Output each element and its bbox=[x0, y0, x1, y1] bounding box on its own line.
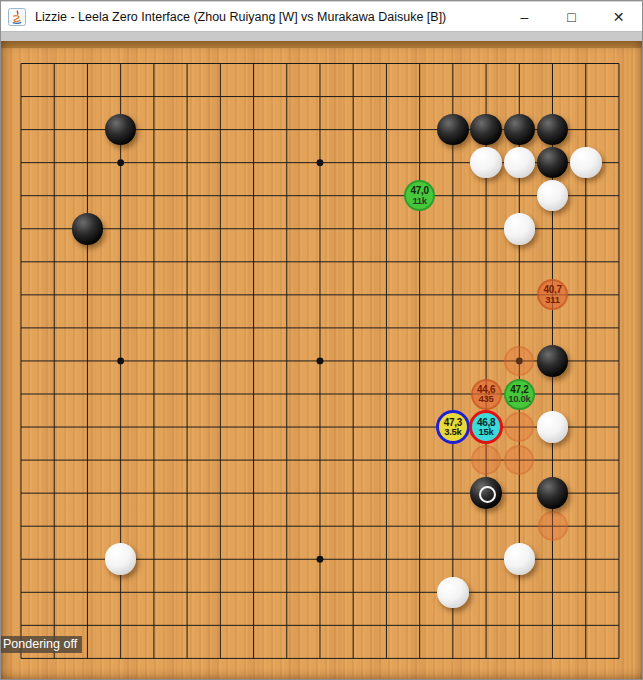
black-stone bbox=[470, 114, 502, 146]
last-move-marker bbox=[479, 486, 496, 503]
analysis-candidate-faint[interactable] bbox=[471, 445, 501, 475]
title-bar-lower-strip bbox=[1, 31, 642, 41]
white-stone bbox=[537, 411, 569, 443]
analysis-candidate[interactable]: 46,815k bbox=[469, 410, 503, 444]
window-controls: – □ ✕ bbox=[501, 2, 642, 32]
close-button[interactable]: ✕ bbox=[595, 2, 642, 32]
analysis-candidate-faint[interactable] bbox=[538, 511, 568, 541]
analysis-candidate[interactable]: 47,33.5k bbox=[436, 410, 470, 444]
minimize-button[interactable]: – bbox=[501, 2, 548, 32]
analysis-candidate[interactable]: 47,210.0k bbox=[504, 379, 535, 410]
java-icon bbox=[8, 8, 26, 26]
black-stone bbox=[470, 477, 502, 509]
candidate-visits: 435 bbox=[479, 394, 494, 404]
candidate-visits: 15k bbox=[479, 427, 494, 437]
white-stone bbox=[437, 577, 469, 609]
white-stone bbox=[570, 147, 602, 179]
black-stone bbox=[437, 114, 469, 146]
pondering-status: Pondering off bbox=[1, 636, 82, 653]
title-bar: Lizzie - Leela Zero Interface (Zhou Ruiy… bbox=[1, 1, 642, 31]
black-stone bbox=[72, 213, 104, 245]
black-stone bbox=[537, 345, 569, 377]
analysis-candidate[interactable]: 44,6435 bbox=[471, 379, 502, 410]
candidate-visits: 10.0k bbox=[508, 394, 530, 404]
candidate-visits: 11k bbox=[412, 196, 426, 206]
white-stone bbox=[504, 543, 536, 575]
go-board[interactable]: 47,011k40,731144,643547,210.0k47,33.5k46… bbox=[1, 41, 643, 680]
white-stone bbox=[470, 147, 502, 179]
candidate-visits: 311 bbox=[545, 295, 559, 305]
candidate-visits: 3.5k bbox=[444, 427, 461, 437]
lizzie-window: Lizzie - Leela Zero Interface (Zhou Ruiy… bbox=[0, 0, 643, 680]
maximize-button[interactable]: □ bbox=[548, 2, 595, 32]
white-stone bbox=[504, 213, 536, 245]
window-title: Lizzie - Leela Zero Interface (Zhou Ruiy… bbox=[35, 10, 446, 24]
black-stone bbox=[537, 477, 569, 509]
